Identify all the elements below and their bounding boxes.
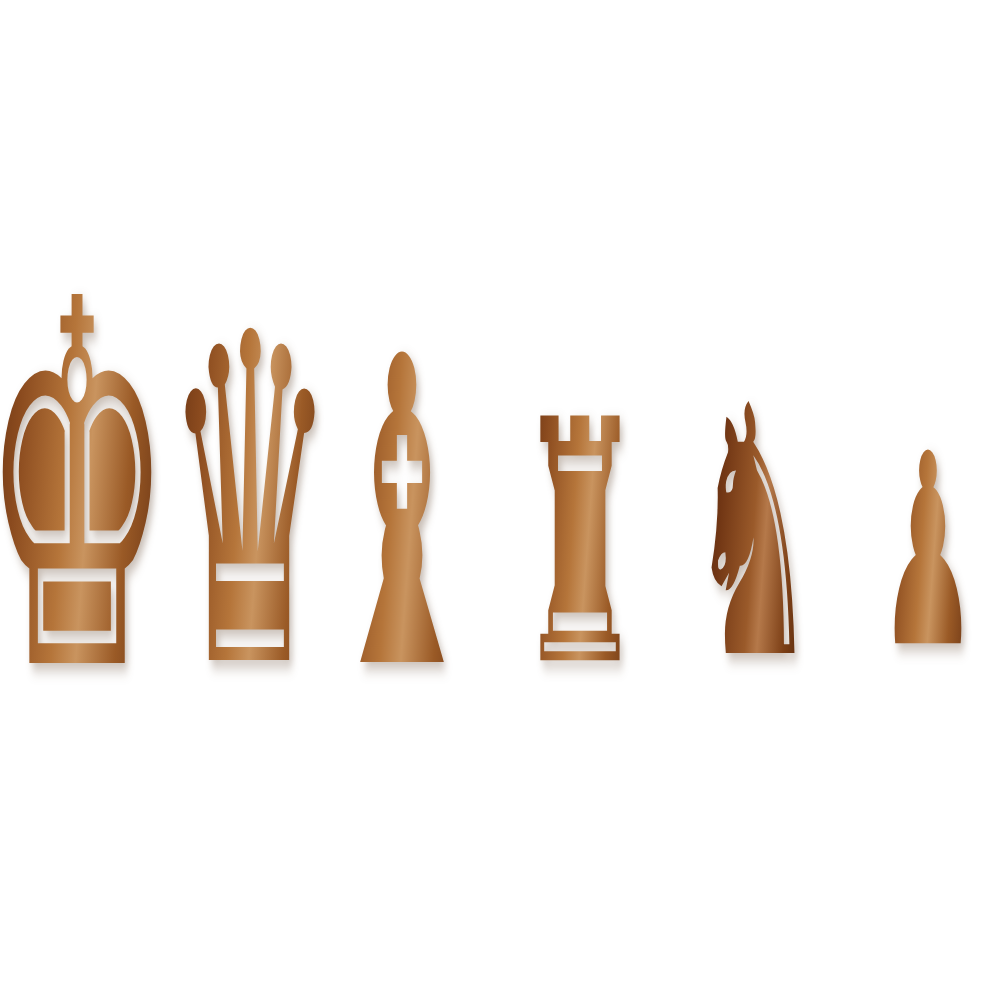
chess-piece-bishop: ♝ xyxy=(322,303,482,728)
chess-piece-queen: ♛ xyxy=(164,275,335,730)
chess-piece-rook: ♜ xyxy=(517,377,643,712)
product-photo: ♚ ♛ ♝ ♜ ♞ ♟ xyxy=(0,0,1000,1000)
chess-piece-pawn: ♟ xyxy=(878,419,978,684)
chess-piece-king: ♚ xyxy=(0,236,172,741)
chess-piece-knight: ♞ xyxy=(688,361,818,706)
